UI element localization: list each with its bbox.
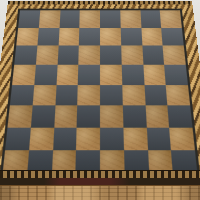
- chessboard-photo: [0, 0, 200, 200]
- board-square[interactable]: [77, 105, 100, 127]
- board-square[interactable]: [121, 46, 143, 65]
- board-square[interactable]: [144, 85, 168, 106]
- board-square[interactable]: [14, 46, 37, 65]
- board-square[interactable]: [143, 65, 166, 85]
- board-square[interactable]: [39, 10, 60, 27]
- board-square[interactable]: [100, 85, 123, 106]
- board-square[interactable]: [160, 10, 182, 27]
- board-square[interactable]: [163, 46, 186, 65]
- board-square[interactable]: [32, 85, 56, 106]
- board-square[interactable]: [168, 105, 193, 127]
- board-square[interactable]: [100, 10, 120, 27]
- board-square[interactable]: [34, 65, 57, 85]
- board-square[interactable]: [31, 105, 55, 127]
- board-square[interactable]: [59, 10, 80, 27]
- board-square[interactable]: [100, 28, 121, 46]
- board-grid: [0, 9, 200, 178]
- board-square[interactable]: [12, 65, 36, 85]
- board-square[interactable]: [56, 65, 79, 85]
- board-square[interactable]: [76, 127, 100, 150]
- board-square[interactable]: [142, 46, 164, 65]
- board-square[interactable]: [169, 127, 195, 150]
- board-square[interactable]: [29, 127, 54, 150]
- wooden-table-base: [0, 185, 200, 200]
- board-square[interactable]: [78, 65, 100, 85]
- board-square[interactable]: [79, 28, 100, 46]
- board-square[interactable]: [123, 105, 147, 127]
- board-square[interactable]: [7, 105, 32, 127]
- board-square[interactable]: [161, 28, 183, 46]
- board-square[interactable]: [54, 105, 78, 127]
- board-square[interactable]: [16, 28, 38, 46]
- board-square[interactable]: [140, 10, 161, 27]
- board-square[interactable]: [100, 65, 122, 85]
- board-square[interactable]: [120, 10, 141, 27]
- board-square[interactable]: [166, 85, 190, 106]
- board-square[interactable]: [53, 127, 77, 150]
- board-square[interactable]: [121, 65, 144, 85]
- board-square[interactable]: [58, 28, 79, 46]
- board-square[interactable]: [141, 28, 163, 46]
- board-square[interactable]: [120, 28, 141, 46]
- board-square[interactable]: [5, 127, 31, 150]
- board-square[interactable]: [37, 28, 59, 46]
- board-square[interactable]: [100, 105, 123, 127]
- board-square[interactable]: [77, 85, 100, 106]
- board-square[interactable]: [36, 46, 58, 65]
- board-square[interactable]: [10, 85, 34, 106]
- board-square[interactable]: [55, 85, 78, 106]
- board-square[interactable]: [79, 46, 100, 65]
- board-square[interactable]: [164, 65, 188, 85]
- board-square[interactable]: [100, 46, 121, 65]
- board-square[interactable]: [18, 10, 40, 27]
- board-square[interactable]: [146, 127, 171, 150]
- board-square[interactable]: [57, 46, 79, 65]
- board-square[interactable]: [145, 105, 169, 127]
- board-square[interactable]: [122, 85, 145, 106]
- board-square[interactable]: [80, 10, 100, 27]
- board-square[interactable]: [100, 127, 124, 150]
- board-rim-edge: [0, 178, 200, 185]
- board-square[interactable]: [123, 127, 147, 150]
